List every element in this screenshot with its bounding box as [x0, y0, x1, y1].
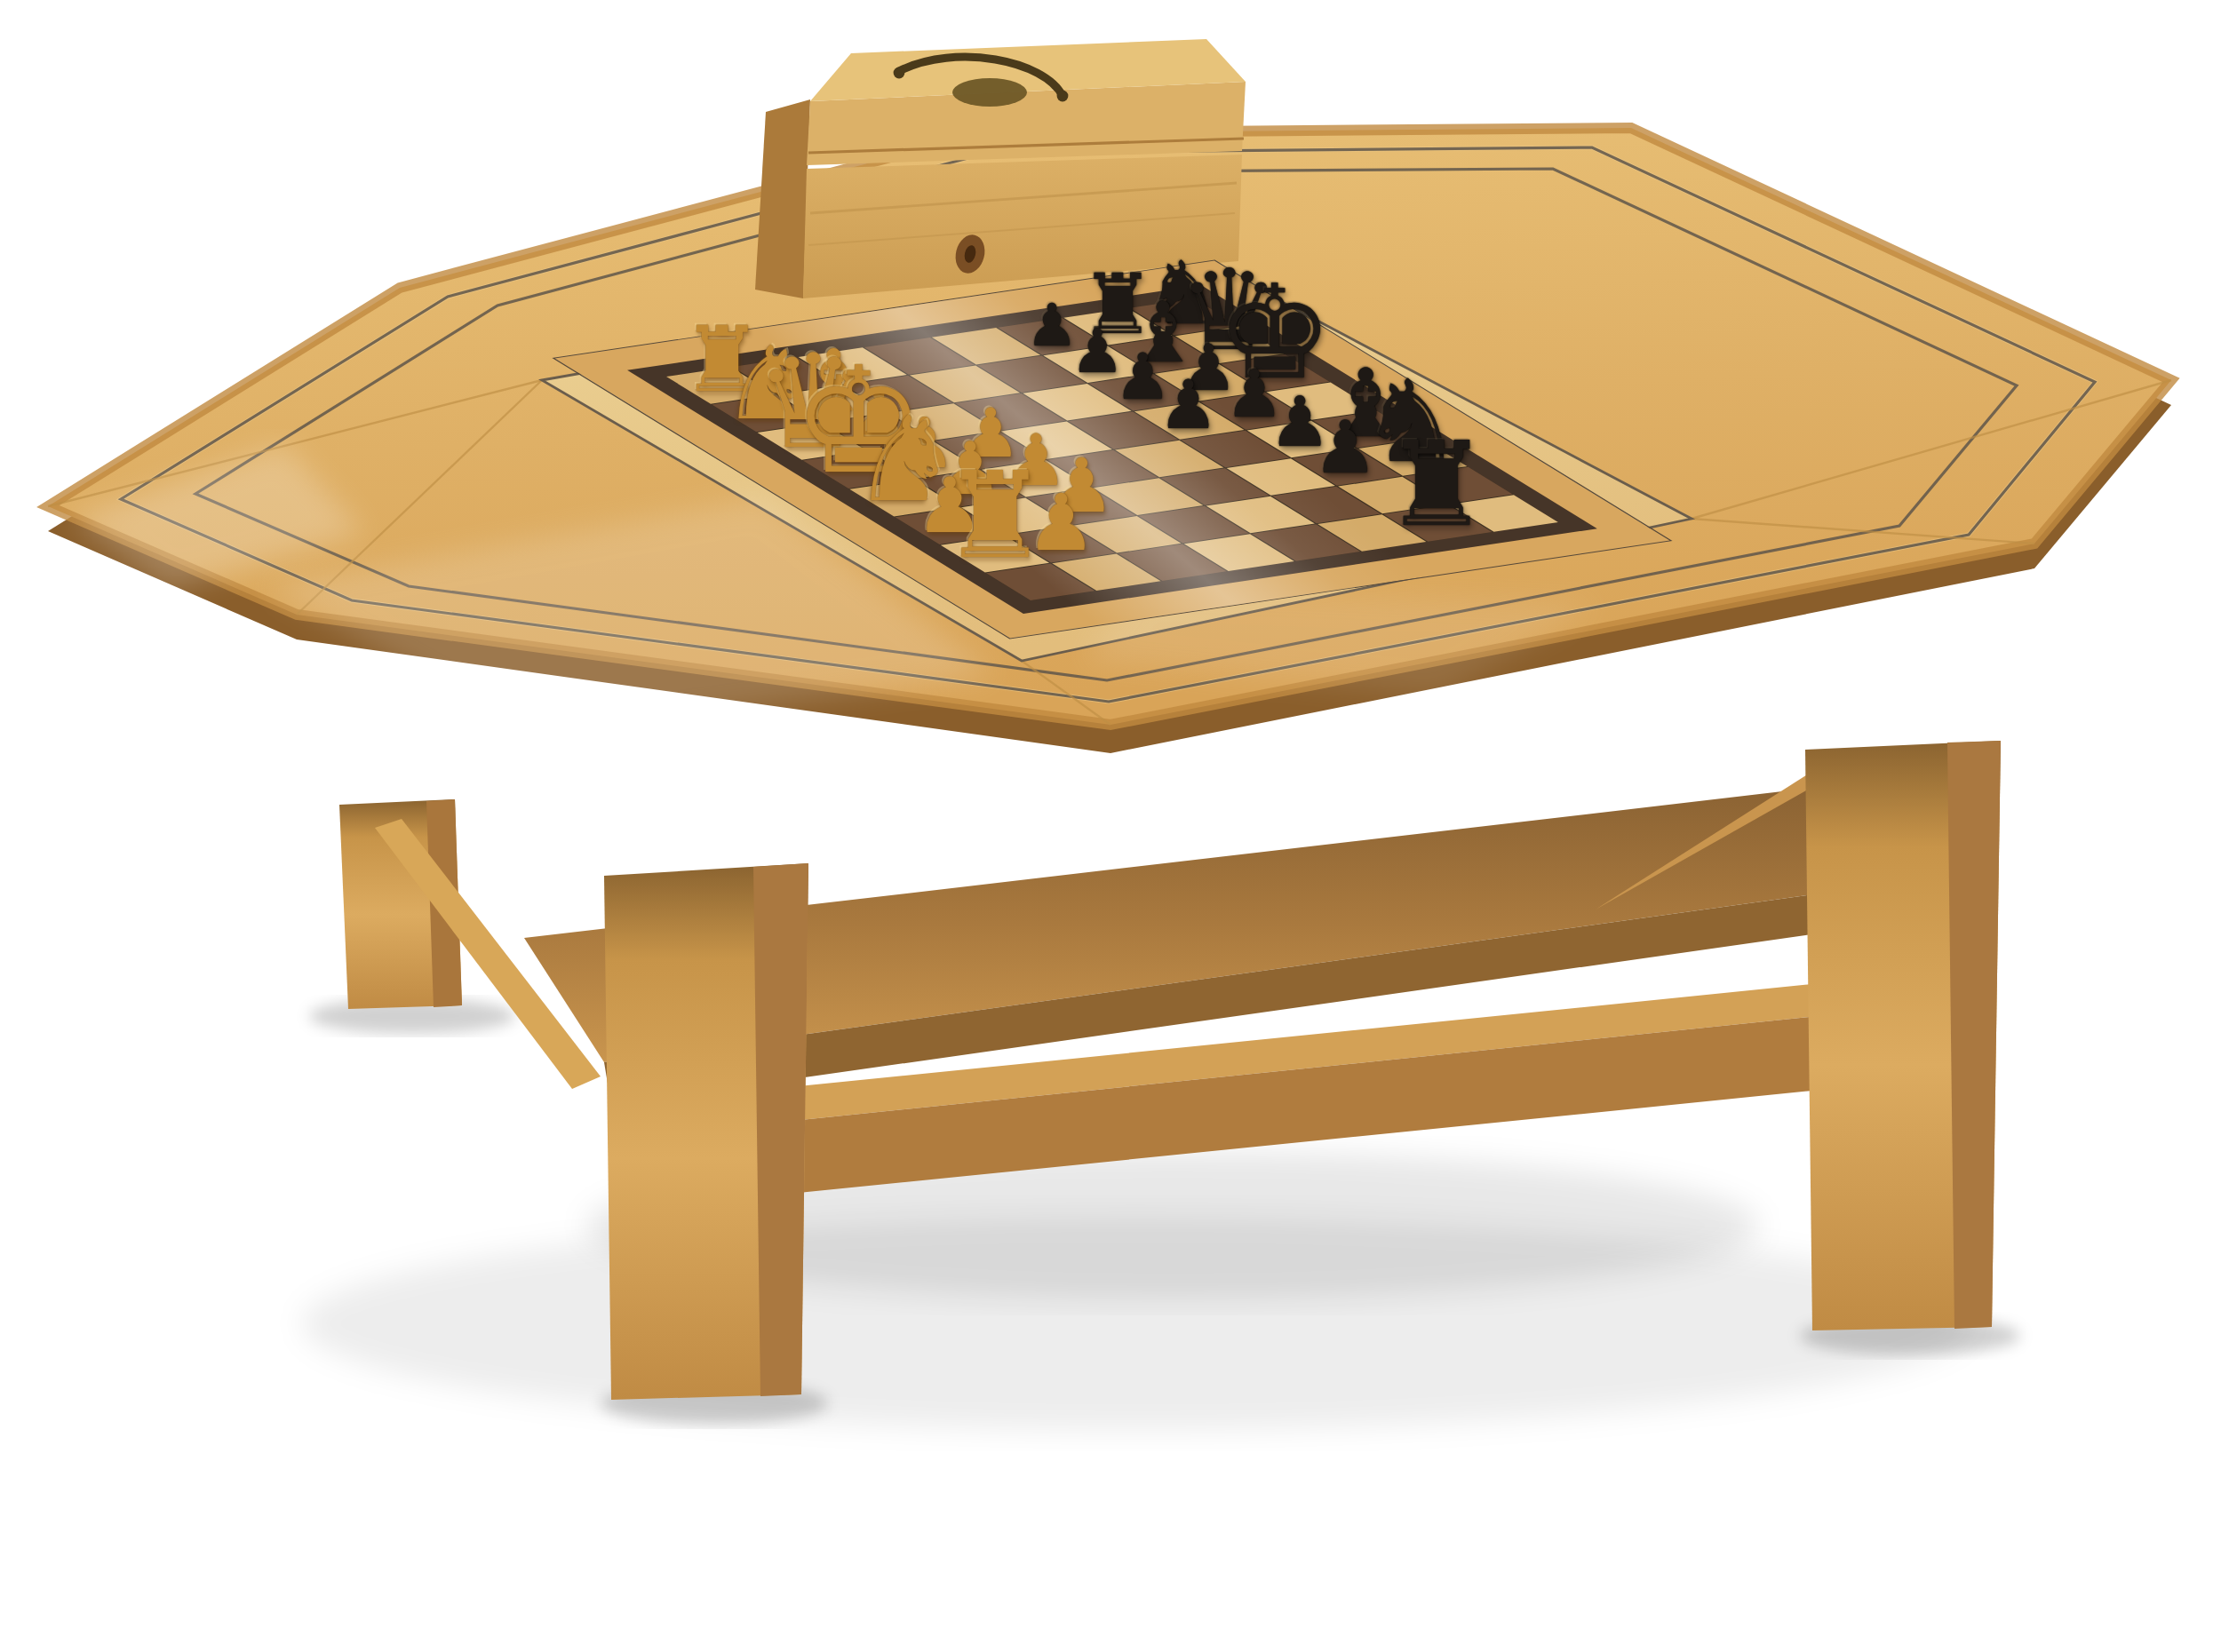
- scene-root: ♞♜♟♛♝♟♚♟♜♟♝♟♞♟♝♟♟♛♟♞♟♟♚♟♟♞♟♜♟♟♜: [0, 0, 2221, 1652]
- pieces-layer: ♞♜♟♛♝♟♚♟♜♟♝♟♞♟♝♟♟♛♟♞♟♟♚♟♟♞♟♜♟♟♜: [0, 0, 2221, 1652]
- piece-white-rook-a2: ♜: [942, 457, 1048, 576]
- photo-scene: ♞♜♟♛♝♟♚♟♜♟♝♟♞♟♝♟♟♛♟♞♟♟♚♟♟♞♟♜♟♟♜: [0, 0, 2221, 1652]
- piece-black-rook-g1: ♜: [1384, 428, 1489, 545]
- piece-black-pawn-g3: ♟: [1313, 412, 1379, 485]
- piece-black-pawn-f5: ♟: [1158, 370, 1219, 438]
